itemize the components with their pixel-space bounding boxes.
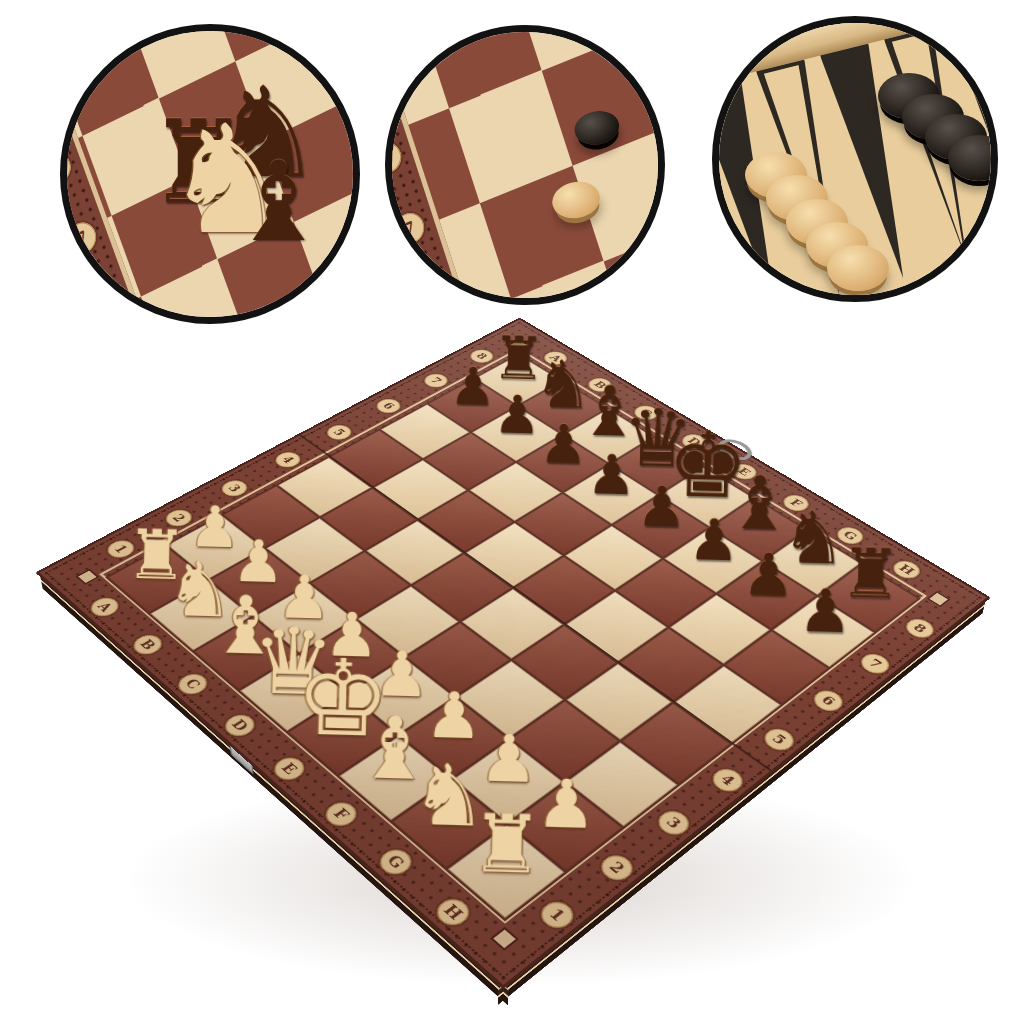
coord-cell: 3 [197, 467, 271, 511]
coord-label-5: 5 [323, 422, 356, 442]
coord-label-2: 2 [595, 851, 638, 885]
piece-glyph: ♟ [493, 388, 541, 442]
frame-corner-inlay [78, 571, 96, 583]
coord-label-C: C [173, 670, 212, 698]
coord-cell: D [660, 421, 729, 463]
square-d8 [611, 438, 702, 495]
piece-glyph: ♝ [578, 377, 641, 447]
coord-cell: E [709, 450, 780, 494]
square-c5 [419, 491, 514, 552]
coord-label-H: H [431, 894, 475, 930]
coord-cell: 6 [354, 387, 422, 426]
square-b4 [321, 488, 416, 549]
square-a4 [278, 458, 371, 517]
coord-label-7: 7 [420, 371, 452, 390]
product-photo: 8764♜♞♞♝ 87B ABCDEFGHABCDEFGH87654321876… [0, 0, 1024, 1024]
frame-corner-inlay [493, 930, 515, 949]
coord-label-B: B [129, 631, 167, 658]
coord-label-B: B [584, 375, 616, 394]
square-b6 [424, 433, 515, 489]
coord-cell: 4 [252, 439, 324, 481]
coord-cell: F [760, 480, 833, 526]
piece-glyph: ♛ [621, 397, 694, 478]
coord-label-8: 8 [901, 615, 939, 641]
coord-label-A: A [86, 594, 124, 620]
square-a6 [381, 404, 470, 458]
square-a7 [429, 379, 516, 431]
coord-label-3: 3 [653, 807, 695, 840]
coord-label-5: 5 [759, 725, 799, 755]
coord-label-4: 4 [271, 449, 305, 470]
coord-label-8: 8 [466, 347, 497, 365]
square-e6 [565, 526, 662, 590]
square-e8 [660, 467, 753, 526]
piece-glyph: ♟ [636, 478, 687, 535]
square-b5 [374, 460, 467, 519]
chess-board-3d: ABCDEFGHABCDEFGH8765432187654321♜♞♝♛♚♝♞♜… [35, 317, 991, 989]
coord-cell: B [567, 366, 633, 405]
piece-glyph: ♞ [533, 351, 594, 418]
coord-label-6: 6 [809, 687, 848, 715]
coord-label-F: F [779, 492, 814, 514]
frame-corner-inlay [511, 340, 527, 349]
square-d6 [516, 493, 611, 554]
square-b7 [472, 406, 561, 460]
piece-glyph: ♟ [688, 511, 740, 569]
backgammon-checker-light [827, 245, 889, 291]
square-a5 [330, 430, 421, 486]
coord-label-D: D [678, 431, 711, 451]
piece-glyph: ♝ [726, 466, 793, 541]
frame-corner-inlay [929, 593, 947, 606]
square-c4 [366, 520, 463, 584]
inset-piece-dark-bishop: ♝ [229, 147, 328, 257]
coord-label-F: F [320, 798, 362, 831]
square-b8 [519, 381, 606, 433]
coord-label-6: 6 [372, 396, 405, 416]
coord-label-E: E [269, 753, 310, 784]
coord-label-4: 4 [707, 765, 748, 796]
coord-label-G: G [374, 845, 417, 879]
piece-glyph: ♚ [666, 419, 749, 511]
piece-glyph: ♟ [539, 417, 588, 472]
square-e7 [613, 496, 708, 557]
coord-label-7: 7 [856, 650, 894, 677]
square-d7 [564, 465, 657, 524]
square-d5 [465, 523, 562, 587]
square-c7 [517, 435, 608, 492]
coord-cell: 7 [403, 362, 470, 400]
coord-cell: 8 [449, 338, 514, 374]
coord-label-C: C [630, 403, 663, 423]
square-a8 [475, 355, 561, 405]
piece-glyph: ♟ [586, 447, 636, 503]
piece-glyph: ♟ [449, 360, 496, 413]
square-c8 [564, 409, 653, 463]
coord-label-D: D [220, 711, 260, 740]
coord-cell: A [524, 340, 588, 378]
coord-cell: C [613, 393, 681, 434]
piece-glyph: ♜ [491, 328, 546, 389]
metal-clasp-far [713, 436, 759, 464]
coord-label-A: A [540, 349, 571, 367]
coord-cell: 5 [304, 412, 374, 453]
coord-label-3: 3 [217, 477, 252, 499]
square-c6 [469, 462, 562, 521]
coord-label-E: E [727, 461, 761, 482]
